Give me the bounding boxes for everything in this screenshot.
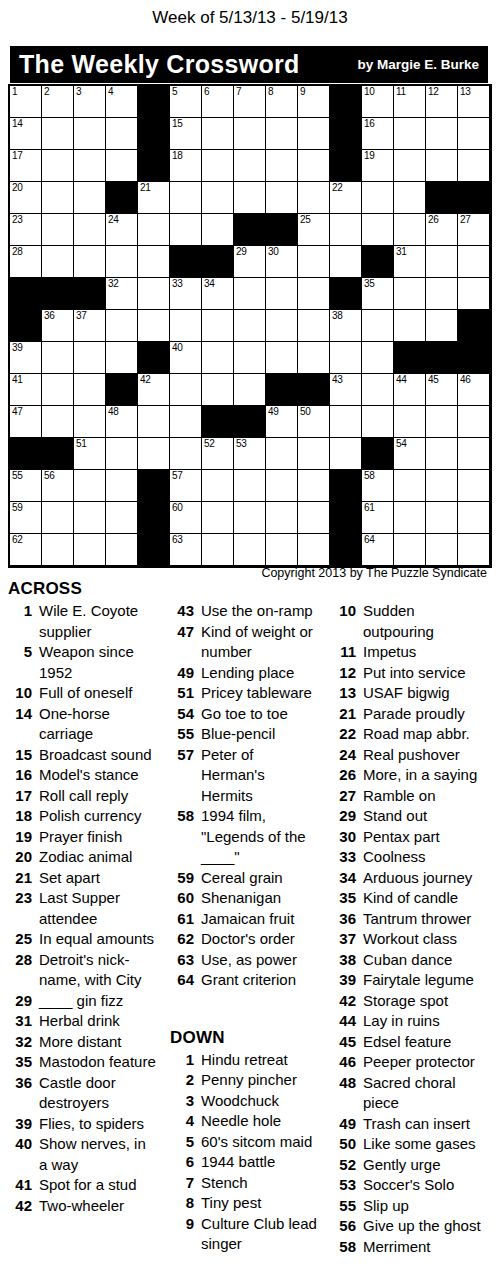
grid-cell[interactable] xyxy=(298,150,330,182)
grid-cell[interactable] xyxy=(394,150,426,182)
grid-cell[interactable] xyxy=(298,470,330,502)
clue-text: Set apart xyxy=(39,868,157,889)
clue-item: 49Trash can insert xyxy=(332,1114,494,1135)
grid-cell[interactable] xyxy=(170,374,202,406)
grid-cell[interactable] xyxy=(106,310,138,342)
clue-text: Cuban dance xyxy=(363,950,481,971)
grid-cell[interactable] xyxy=(106,470,138,502)
clue-item: 42Two-wheeler xyxy=(8,1196,170,1217)
clue-number: 23 xyxy=(8,888,39,909)
grid-cell[interactable] xyxy=(298,310,330,342)
grid-cell[interactable]: 33 xyxy=(170,278,202,310)
grid-cell[interactable] xyxy=(330,246,362,278)
grid-cell[interactable]: 9 xyxy=(298,86,330,118)
grid-cell[interactable] xyxy=(202,118,234,150)
grid-cell[interactable]: 53 xyxy=(234,438,266,470)
cell-number: 18 xyxy=(172,151,183,161)
grid-cell[interactable] xyxy=(298,534,330,566)
clue-item: 13USAF bigwig xyxy=(332,683,494,704)
clue-text: Like some gases xyxy=(363,1134,481,1155)
grid-cell[interactable]: 43 xyxy=(330,374,362,406)
grid-cell[interactable] xyxy=(234,182,266,214)
clue-item: 64Grant criterion xyxy=(170,970,332,991)
cell-number: 56 xyxy=(44,471,55,481)
grid-cell[interactable] xyxy=(426,502,458,534)
grid-cell[interactable] xyxy=(394,182,426,214)
clue-item: 27Ramble on xyxy=(332,786,494,807)
grid-cell[interactable] xyxy=(426,150,458,182)
grid-cell-black xyxy=(330,470,362,502)
grid-cell[interactable] xyxy=(266,182,298,214)
grid-cell[interactable] xyxy=(426,406,458,438)
grid-cell[interactable] xyxy=(426,438,458,470)
clue-item: 33Coolness xyxy=(332,847,494,868)
grid-cell[interactable]: 25 xyxy=(298,214,330,246)
clue-item: 17Roll call reply xyxy=(8,786,170,807)
grid-cell[interactable] xyxy=(202,150,234,182)
grid-cell[interactable]: 54 xyxy=(394,438,426,470)
clue-item: 54Go toe to toe xyxy=(170,704,332,725)
grid-cell[interactable]: 56 xyxy=(42,470,74,502)
grid-cell[interactable]: 13 xyxy=(458,86,490,118)
grid-cell[interactable] xyxy=(394,502,426,534)
clue-text: Pricey tableware xyxy=(201,683,319,704)
clue-number: 59 xyxy=(170,868,201,889)
week-date: Week of 5/13/13 - 5/19/13 xyxy=(0,8,500,28)
clue-text: Full of oneself xyxy=(39,683,157,704)
grid-cell[interactable] xyxy=(74,150,106,182)
grid-cell[interactable]: 52 xyxy=(202,438,234,470)
clue-text: Edsel feature xyxy=(363,1032,481,1053)
grid-cell[interactable] xyxy=(170,310,202,342)
grid-cell[interactable] xyxy=(202,502,234,534)
grid-cell-black xyxy=(202,246,234,278)
grid-cell[interactable] xyxy=(42,502,74,534)
grid-cell[interactable] xyxy=(266,438,298,470)
clue-number: 35 xyxy=(332,888,363,909)
grid-cell[interactable] xyxy=(234,470,266,502)
grid-cell[interactable] xyxy=(74,246,106,278)
grid-cell[interactable] xyxy=(74,182,106,214)
grid-cell[interactable] xyxy=(106,534,138,566)
grid-cell[interactable]: 14 xyxy=(10,118,42,150)
clue-text: Blue-pencil xyxy=(201,724,319,745)
cell-number: 47 xyxy=(12,407,23,417)
grid-cell[interactable] xyxy=(42,118,74,150)
grid-cell[interactable]: 45 xyxy=(426,374,458,406)
grid-cell[interactable]: 31 xyxy=(394,246,426,278)
grid-cell[interactable]: 38 xyxy=(330,310,362,342)
grid-cell[interactable]: 2 xyxy=(42,86,74,118)
clue-number: 16 xyxy=(8,765,39,786)
grid-cell[interactable] xyxy=(234,342,266,374)
grid-cell[interactable] xyxy=(42,374,74,406)
clue-item: 7Stench xyxy=(170,1173,332,1194)
grid-cell[interactable]: 16 xyxy=(362,118,394,150)
clue-text: Hindu retreat xyxy=(201,1050,319,1071)
grid-cell[interactable]: 10 xyxy=(362,86,394,118)
grid-cell[interactable] xyxy=(202,470,234,502)
clue-item: 26More, in a saying xyxy=(332,765,494,786)
grid-cell[interactable] xyxy=(234,502,266,534)
grid-cell[interactable]: 15 xyxy=(170,118,202,150)
grid-cell[interactable] xyxy=(42,406,74,438)
grid-cell[interactable]: 26 xyxy=(426,214,458,246)
grid-cell[interactable] xyxy=(298,246,330,278)
grid-cell[interactable] xyxy=(234,534,266,566)
grid-cell[interactable] xyxy=(330,214,362,246)
grid-cell[interactable]: 60 xyxy=(170,502,202,534)
grid-cell-black xyxy=(138,118,170,150)
grid-cell[interactable]: 5 xyxy=(170,86,202,118)
grid-cell[interactable] xyxy=(458,150,490,182)
grid-cell[interactable]: 20 xyxy=(10,182,42,214)
grid-cell[interactable] xyxy=(362,342,394,374)
grid-cell[interactable] xyxy=(458,470,490,502)
clue-number: 7 xyxy=(170,1173,201,1194)
grid-cell[interactable] xyxy=(42,182,74,214)
grid-cell[interactable] xyxy=(362,214,394,246)
grid-cell[interactable]: 23 xyxy=(10,214,42,246)
grid-cell-black xyxy=(42,278,74,310)
cell-number: 44 xyxy=(396,375,407,385)
grid-cell[interactable]: 12 xyxy=(426,86,458,118)
clue-number: 21 xyxy=(332,704,363,725)
grid-cell[interactable] xyxy=(394,406,426,438)
cell-number: 3 xyxy=(76,87,81,97)
grid-cell[interactable]: 48 xyxy=(106,406,138,438)
clue-text: Ramble on xyxy=(363,786,481,807)
grid-cell[interactable] xyxy=(234,374,266,406)
grid-cell[interactable] xyxy=(42,534,74,566)
copyright-notice: Copyright 2013 by The Puzzle Syndicate xyxy=(261,566,487,580)
clue-text: In equal amounts xyxy=(39,929,157,950)
byline: by Margie E. Burke xyxy=(357,57,479,72)
grid-cell[interactable] xyxy=(138,438,170,470)
grid-cell[interactable]: 49 xyxy=(266,406,298,438)
grid-cell[interactable]: 40 xyxy=(170,342,202,374)
grid-cell[interactable] xyxy=(138,278,170,310)
grid-cell[interactable] xyxy=(106,502,138,534)
clue-number: 5 xyxy=(170,1132,201,1153)
grid-cell[interactable] xyxy=(362,182,394,214)
grid-cell[interactable] xyxy=(74,502,106,534)
grid-cell[interactable] xyxy=(394,118,426,150)
grid-cell[interactable] xyxy=(426,470,458,502)
clue-item: 61Jamaican fruit xyxy=(170,909,332,930)
grid-cell[interactable]: 32 xyxy=(106,278,138,310)
grid-cell-black xyxy=(170,246,202,278)
clue-text: 1994 film, "Legends of the ____" xyxy=(201,806,319,868)
cell-number: 16 xyxy=(364,119,375,129)
clue-number: 34 xyxy=(332,868,363,889)
grid-cell[interactable]: 21 xyxy=(138,182,170,214)
clue-item: 1Hindu retreat xyxy=(170,1050,332,1071)
grid-cell[interactable]: 62 xyxy=(10,534,42,566)
cell-number: 6 xyxy=(204,87,209,97)
grid-cell[interactable] xyxy=(394,534,426,566)
grid-cell[interactable] xyxy=(234,118,266,150)
grid-cell[interactable] xyxy=(138,310,170,342)
grid-cell[interactable] xyxy=(42,150,74,182)
clue-item: 42Storage spot xyxy=(332,991,494,1012)
grid-cell[interactable]: 24 xyxy=(106,214,138,246)
grid-cell[interactable] xyxy=(426,534,458,566)
clue-number: 57 xyxy=(170,745,201,766)
grid-cell[interactable] xyxy=(298,342,330,374)
grid-cell[interactable]: 6 xyxy=(202,86,234,118)
grid-cell[interactable]: 17 xyxy=(10,150,42,182)
grid-cell[interactable] xyxy=(42,342,74,374)
clue-item: 29Stand out xyxy=(332,806,494,827)
grid-cell[interactable] xyxy=(330,406,362,438)
grid-cell[interactable]: 50 xyxy=(298,406,330,438)
grid-cell[interactable]: 64 xyxy=(362,534,394,566)
clue-item: 55Blue-pencil xyxy=(170,724,332,745)
grid-cell[interactable]: 36 xyxy=(42,310,74,342)
grid-cell[interactable] xyxy=(458,502,490,534)
grid-cell[interactable] xyxy=(234,150,266,182)
grid-cell-black xyxy=(234,406,266,438)
grid-cell[interactable] xyxy=(330,438,362,470)
grid-cell[interactable]: 44 xyxy=(394,374,426,406)
grid-cell[interactable]: 1 xyxy=(10,86,42,118)
grid-cell[interactable]: 59 xyxy=(10,502,42,534)
grid-cell[interactable] xyxy=(426,278,458,310)
down-header: DOWN xyxy=(170,1028,332,1050)
clue-text: Cereal grain xyxy=(201,868,319,889)
grid-cell[interactable] xyxy=(74,342,106,374)
cell-number: 33 xyxy=(172,279,183,289)
grid-cell[interactable]: 11 xyxy=(394,86,426,118)
grid-cell[interactable]: 51 xyxy=(74,438,106,470)
grid-cell[interactable]: 35 xyxy=(362,278,394,310)
grid-cell[interactable] xyxy=(426,310,458,342)
clue-number: 10 xyxy=(332,601,363,622)
clue-item: 40Show nerves, in a way xyxy=(8,1134,170,1175)
grid-cell[interactable]: 8 xyxy=(266,86,298,118)
grid-cell[interactable]: 18 xyxy=(170,150,202,182)
grid-cell[interactable] xyxy=(266,118,298,150)
clue-text: Kind of weight or number xyxy=(201,622,319,663)
grid-cell[interactable] xyxy=(426,246,458,278)
grid-cell[interactable] xyxy=(74,374,106,406)
clue-item: 8Tiny pest xyxy=(170,1193,332,1214)
clue-item: 23Last Supper attendee xyxy=(8,888,170,929)
grid-cell[interactable] xyxy=(330,342,362,374)
grid-cell[interactable] xyxy=(394,470,426,502)
grid-cell[interactable] xyxy=(202,342,234,374)
grid-cell[interactable] xyxy=(106,438,138,470)
clue-number: 14 xyxy=(8,704,39,725)
grid-cell[interactable] xyxy=(106,118,138,150)
clue-text: Show nerves, in a way xyxy=(39,1134,157,1175)
grid-cell[interactable] xyxy=(202,374,234,406)
grid-cell[interactable] xyxy=(458,406,490,438)
grid-cell[interactable] xyxy=(362,374,394,406)
clue-number: 22 xyxy=(332,724,363,745)
grid-cell[interactable]: 47 xyxy=(10,406,42,438)
grid-cell[interactable] xyxy=(458,278,490,310)
clue-item: 560's sitcom maid xyxy=(170,1132,332,1153)
grid-cell[interactable]: 7 xyxy=(234,86,266,118)
grid-cell[interactable] xyxy=(458,438,490,470)
down-clues-part2: 10Sudden outpouring11Impetus12Put into s… xyxy=(332,601,494,1257)
grid-cell[interactable] xyxy=(138,406,170,438)
grid-cell[interactable] xyxy=(298,118,330,150)
grid-cell[interactable] xyxy=(42,214,74,246)
grid-cell[interactable] xyxy=(74,406,106,438)
grid-cell[interactable]: 41 xyxy=(10,374,42,406)
grid-cell[interactable] xyxy=(42,246,74,278)
clue-text: Doctor's order xyxy=(201,929,319,950)
grid-cell[interactable] xyxy=(458,246,490,278)
grid-cell[interactable] xyxy=(74,118,106,150)
clue-number: 1 xyxy=(170,1050,201,1071)
grid-cell[interactable] xyxy=(202,534,234,566)
clue-item: 11Impetus xyxy=(332,642,494,663)
grid-cell[interactable] xyxy=(298,278,330,310)
grid-cell-black xyxy=(202,406,234,438)
clue-text: Broadcast sound xyxy=(39,745,157,766)
cell-number: 53 xyxy=(236,439,247,449)
clue-number: 30 xyxy=(332,827,363,848)
grid-cell[interactable] xyxy=(170,182,202,214)
grid-cell[interactable] xyxy=(202,214,234,246)
grid-cell[interactable]: 4 xyxy=(106,86,138,118)
clue-number: 53 xyxy=(332,1175,363,1196)
cell-number: 30 xyxy=(268,247,279,257)
grid-cell[interactable] xyxy=(266,342,298,374)
clue-number: 55 xyxy=(332,1196,363,1217)
grid-cell[interactable] xyxy=(362,310,394,342)
grid-cell[interactable] xyxy=(266,502,298,534)
grid-cell[interactable] xyxy=(266,278,298,310)
clue-text: Flies, to spiders xyxy=(39,1114,157,1135)
clue-number: 49 xyxy=(332,1114,363,1135)
grid-cell[interactable] xyxy=(74,534,106,566)
grid-cell[interactable] xyxy=(298,438,330,470)
grid-cell[interactable] xyxy=(362,406,394,438)
grid-cell[interactable] xyxy=(170,438,202,470)
grid-cell[interactable] xyxy=(298,502,330,534)
clues-section: ACROSS 1Wile E. Coyote supplier5Weapon s… xyxy=(8,579,496,1257)
grid-cell[interactable]: 3 xyxy=(74,86,106,118)
grid-cell[interactable]: 42 xyxy=(138,374,170,406)
grid-cell[interactable]: 28 xyxy=(10,246,42,278)
cell-number: 20 xyxy=(12,183,23,193)
clue-text: 60's sitcom maid xyxy=(201,1132,319,1153)
clue-text: Merriment xyxy=(363,1237,481,1258)
grid-cell[interactable] xyxy=(266,470,298,502)
clue-text: Two-wheeler xyxy=(39,1196,157,1217)
clue-number: 49 xyxy=(170,663,201,684)
clue-item: 63Use, as power xyxy=(170,950,332,971)
grid-cell[interactable] xyxy=(266,534,298,566)
grid-cell[interactable]: 61 xyxy=(362,502,394,534)
clue-item: 45Edsel feature xyxy=(332,1032,494,1053)
grid-cell[interactable] xyxy=(138,214,170,246)
cell-number: 57 xyxy=(172,471,183,481)
clue-item: 50Like some gases xyxy=(332,1134,494,1155)
cell-number: 29 xyxy=(236,247,247,257)
grid-cell[interactable]: 30 xyxy=(266,246,298,278)
across-header: ACROSS xyxy=(8,579,170,601)
grid-cell[interactable] xyxy=(266,310,298,342)
grid-cell[interactable] xyxy=(234,310,266,342)
grid-cell[interactable]: 57 xyxy=(170,470,202,502)
grid-cell[interactable] xyxy=(298,182,330,214)
cell-number: 23 xyxy=(12,215,23,225)
grid-cell[interactable] xyxy=(138,246,170,278)
grid-cell[interactable] xyxy=(170,406,202,438)
grid-cell[interactable] xyxy=(202,182,234,214)
clue-number: 18 xyxy=(8,806,39,827)
puzzle-title: The Weekly Crossword xyxy=(19,50,357,79)
clue-text: Grant criterion xyxy=(201,970,319,991)
clue-item: 24Real pushover xyxy=(332,745,494,766)
grid-cell[interactable] xyxy=(106,246,138,278)
grid-cell[interactable] xyxy=(394,310,426,342)
clue-text: Give up the ghost xyxy=(363,1216,481,1237)
grid-cell[interactable] xyxy=(106,342,138,374)
grid-cell-black xyxy=(138,342,170,374)
grid-cell[interactable] xyxy=(234,278,266,310)
crossword-grid: 1234567891011121314151617181920212223242… xyxy=(8,84,492,568)
grid-cell[interactable] xyxy=(202,310,234,342)
grid-cell[interactable] xyxy=(170,214,202,246)
grid-cell-black xyxy=(266,374,298,406)
clue-item: 53Soccer's Solo xyxy=(332,1175,494,1196)
grid-cell[interactable]: 29 xyxy=(234,246,266,278)
grid-cell[interactable]: 37 xyxy=(74,310,106,342)
grid-cell[interactable] xyxy=(394,278,426,310)
clue-item: 39Fairytale legume xyxy=(332,970,494,991)
clue-number: 54 xyxy=(170,704,201,725)
cell-number: 35 xyxy=(364,279,375,289)
cell-number: 21 xyxy=(140,183,151,193)
grid-cell[interactable] xyxy=(266,150,298,182)
clue-text: Jamaican fruit xyxy=(201,909,319,930)
clue-number: 44 xyxy=(332,1011,363,1032)
grid-cell[interactable]: 27 xyxy=(458,214,490,246)
grid-cell[interactable]: 39 xyxy=(10,342,42,374)
clue-item: 48Sacred choral piece xyxy=(332,1073,494,1114)
clue-text: Weapon since 1952 xyxy=(39,642,157,683)
clue-number: 21 xyxy=(8,868,39,889)
grid-cell[interactable] xyxy=(426,118,458,150)
grid-cell[interactable] xyxy=(106,150,138,182)
grid-cell[interactable] xyxy=(74,214,106,246)
grid-cell-black xyxy=(42,438,74,470)
grid-cell[interactable]: 22 xyxy=(330,182,362,214)
grid-cell[interactable]: 63 xyxy=(170,534,202,566)
grid-cell[interactable] xyxy=(458,118,490,150)
grid-cell[interactable]: 58 xyxy=(362,470,394,502)
clue-text: Penny pincher xyxy=(201,1070,319,1091)
grid-cell[interactable]: 34 xyxy=(202,278,234,310)
grid-cell[interactable] xyxy=(74,470,106,502)
grid-cell[interactable]: 19 xyxy=(362,150,394,182)
clue-text: Tiny pest xyxy=(201,1193,319,1214)
clue-text: Trash can insert xyxy=(363,1114,481,1135)
grid-cell[interactable] xyxy=(458,534,490,566)
grid-cell[interactable]: 46 xyxy=(458,374,490,406)
clue-item: 20Zodiac animal xyxy=(8,847,170,868)
grid-cell[interactable]: 55 xyxy=(10,470,42,502)
clue-column-2: 43Use the on-ramp47Kind of weight or num… xyxy=(170,579,332,1257)
grid-cell[interactable] xyxy=(394,214,426,246)
